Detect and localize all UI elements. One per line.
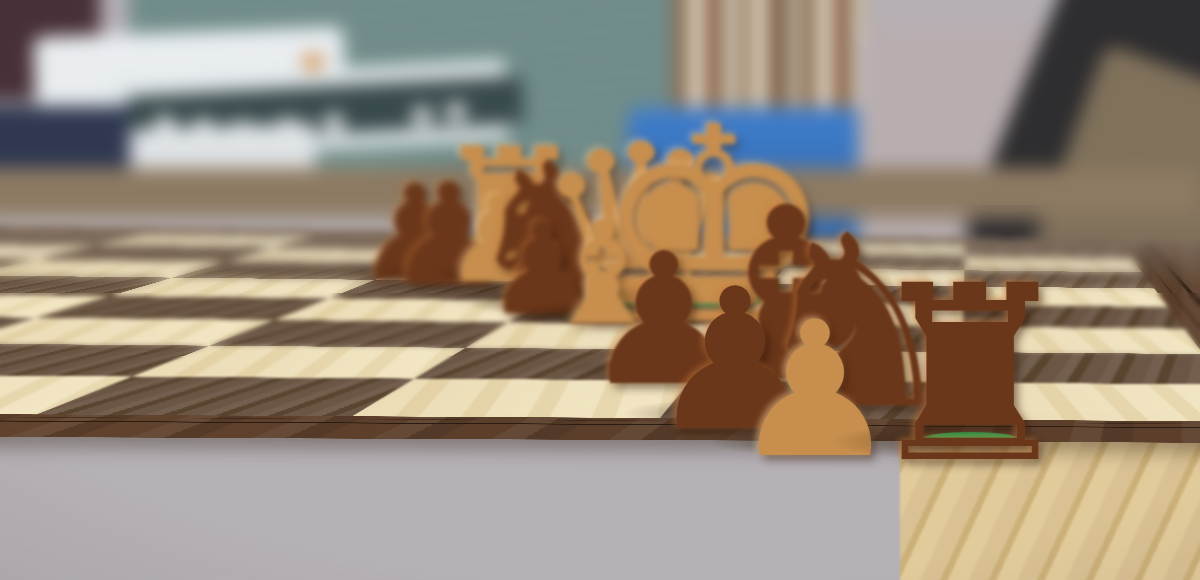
photo-canvas: ♟♟♟♜♟♞♝♛♟♚♟♝♟♞♜ — [0, 0, 1200, 580]
rook-glyph: ♜ — [861, 254, 1079, 497]
pieces-layer: ♟♟♟♜♟♞♝♛♟♚♟♝♟♞♜ — [0, 0, 1200, 580]
